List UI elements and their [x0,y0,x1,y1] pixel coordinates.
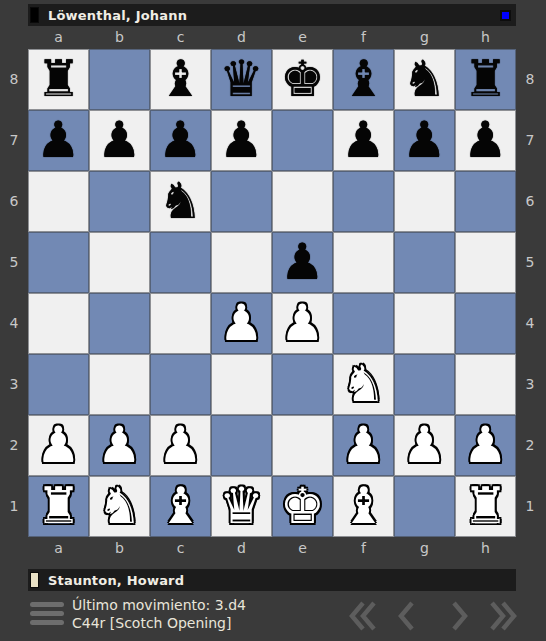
square-d2[interactable] [211,415,272,476]
black-pawn-d7[interactable]: ♟ [211,110,272,171]
black-pawn-h7[interactable]: ♟ [455,110,516,171]
square-g3[interactable] [394,354,455,415]
square-f6[interactable] [333,171,394,232]
rank-label-8: 8 [0,49,28,110]
square-f3[interactable]: ♞ [333,354,394,415]
square-c7[interactable]: ♟ [150,110,211,171]
white-pawn-e4[interactable]: ♟ [272,293,333,354]
file-label-a: a [28,27,89,47]
square-g4[interactable] [394,293,455,354]
rank-label-5: 5 [0,232,28,293]
square-f1[interactable]: ♝ [333,476,394,537]
black-bishop-c8[interactable]: ♝ [150,49,211,110]
white-queen-d1[interactable]: ♛ [211,476,272,537]
black-rook-h8[interactable]: ♜ [455,49,516,110]
go-previous-icon[interactable] [388,597,426,635]
file-label-c: c [150,27,211,47]
rank-label-6: 6 [0,171,28,232]
white-king-e1[interactable]: ♚ [272,476,333,537]
square-e7[interactable] [272,110,333,171]
black-knight-g8[interactable]: ♞ [394,49,455,110]
file-labels-top: abcdefgh [28,27,516,47]
file-label-h: h [455,538,516,558]
rank-label-2: 2 [0,415,28,476]
file-labels-bottom: abcdefgh [28,538,516,558]
go-last-icon[interactable] [484,597,522,635]
square-g6[interactable] [394,171,455,232]
square-d4[interactable]: ♟ [211,293,272,354]
square-f7[interactable]: ♟ [333,110,394,171]
white-knight-b1[interactable]: ♞ [89,476,150,537]
black-pawn-g7[interactable]: ♟ [394,110,455,171]
white-pawn-f2[interactable]: ♟ [333,415,394,476]
file-label-b: b [89,27,150,47]
square-e6[interactable] [272,171,333,232]
menu-icon[interactable] [30,602,64,627]
square-h5[interactable] [455,232,516,293]
file-label-f: f [333,538,394,558]
square-h7[interactable]: ♟ [455,110,516,171]
square-f8[interactable]: ♝ [333,49,394,110]
last-move-label: Último movimiento: 3.d4 [72,596,246,614]
white-player-bar: Staunton, Howard [28,569,516,591]
black-queen-d8[interactable]: ♛ [211,49,272,110]
black-king-e8[interactable]: ♚ [272,49,333,110]
white-knight-f3[interactable]: ♞ [333,354,394,415]
rank-label-1: 1 [516,476,544,537]
square-c6[interactable]: ♞ [150,171,211,232]
rank-labels-left: 87654321 [0,49,28,537]
side-to-move-indicator [500,10,511,21]
square-b6[interactable] [89,171,150,232]
black-pawn-b7[interactable]: ♟ [89,110,150,171]
square-b7[interactable]: ♟ [89,110,150,171]
white-pawn-a2[interactable]: ♟ [28,415,89,476]
square-a3[interactable] [28,354,89,415]
rank-label-1: 1 [0,476,28,537]
rank-label-7: 7 [0,110,28,171]
white-pawn-b2[interactable]: ♟ [89,415,150,476]
white-color-swatch [30,572,39,588]
square-b3[interactable] [89,354,150,415]
square-b2[interactable]: ♟ [89,415,150,476]
square-a5[interactable] [28,232,89,293]
file-label-g: g [394,27,455,47]
square-d8[interactable]: ♛ [211,49,272,110]
square-a8[interactable]: ♜ [28,49,89,110]
black-color-swatch [30,7,39,23]
file-label-e: e [272,538,333,558]
white-player-name: Staunton, Howard [48,573,184,588]
black-player-name: Löwenthal, Johann [48,8,187,23]
square-a1[interactable]: ♜ [28,476,89,537]
status-text: Último movimiento: 3.d4 C44r [Scotch Ope… [72,596,246,632]
rank-label-6: 6 [516,171,544,232]
black-pawn-c7[interactable]: ♟ [150,110,211,171]
move-navigation [344,597,522,635]
square-g5[interactable] [394,232,455,293]
square-f2[interactable]: ♟ [333,415,394,476]
go-next-icon[interactable] [440,597,478,635]
file-label-h: h [455,27,516,47]
white-rook-h1[interactable]: ♜ [455,476,516,537]
rank-label-3: 3 [516,354,544,415]
black-pawn-f7[interactable]: ♟ [333,110,394,171]
square-c8[interactable]: ♝ [150,49,211,110]
chess-board: ♜♝♛♚♝♞♜♟♟♟♟♟♟♟♞♟♟♟♞♟♟♟♟♟♟♜♞♝♛♚♝♜ [28,49,516,537]
square-b8[interactable] [89,49,150,110]
rank-label-7: 7 [516,110,544,171]
chess-board-window: Löwenthal, Johann abcdefgh 87654321 8765… [0,0,546,641]
file-label-d: d [211,27,272,47]
file-label-f: f [333,27,394,47]
go-first-icon[interactable] [344,597,382,635]
rank-labels-right: 87654321 [516,49,544,537]
square-e8[interactable]: ♚ [272,49,333,110]
square-h2[interactable]: ♟ [455,415,516,476]
black-knight-c6[interactable]: ♞ [150,171,211,232]
square-a4[interactable] [28,293,89,354]
white-rook-a1[interactable]: ♜ [28,476,89,537]
menu-bar [30,602,64,607]
rank-label-2: 2 [516,415,544,476]
black-pawn-a7[interactable]: ♟ [28,110,89,171]
square-g8[interactable]: ♞ [394,49,455,110]
square-f4[interactable] [333,293,394,354]
square-e3[interactable] [272,354,333,415]
square-c5[interactable] [150,232,211,293]
square-c2[interactable]: ♟ [150,415,211,476]
square-e4[interactable]: ♟ [272,293,333,354]
square-e2[interactable] [272,415,333,476]
menu-bar [30,620,64,625]
file-label-g: g [394,538,455,558]
white-pawn-g2[interactable]: ♟ [394,415,455,476]
rank-label-4: 4 [0,293,28,354]
square-b4[interactable] [89,293,150,354]
rank-label-5: 5 [516,232,544,293]
file-label-e: e [272,27,333,47]
square-b5[interactable] [89,232,150,293]
square-h3[interactable] [455,354,516,415]
square-c1[interactable]: ♝ [150,476,211,537]
file-label-a: a [28,538,89,558]
square-d7[interactable]: ♟ [211,110,272,171]
black-bishop-f8[interactable]: ♝ [333,49,394,110]
white-pawn-h2[interactable]: ♟ [455,415,516,476]
square-a2[interactable]: ♟ [28,415,89,476]
square-e5[interactable]: ♟ [272,232,333,293]
square-d6[interactable] [211,171,272,232]
menu-bar [30,611,64,616]
square-a6[interactable] [28,171,89,232]
square-h6[interactable] [455,171,516,232]
white-bishop-c1[interactable]: ♝ [150,476,211,537]
square-d5[interactable] [211,232,272,293]
white-pawn-d4[interactable]: ♟ [211,293,272,354]
square-h8[interactable]: ♜ [455,49,516,110]
square-g1[interactable] [394,476,455,537]
square-d3[interactable] [211,354,272,415]
status-bar: Último movimiento: 3.d4 C44r [Scotch Ope… [0,593,546,641]
file-label-c: c [150,538,211,558]
square-g7[interactable]: ♟ [394,110,455,171]
square-d1[interactable]: ♛ [211,476,272,537]
white-bishop-f1[interactable]: ♝ [333,476,394,537]
white-pawn-c2[interactable]: ♟ [150,415,211,476]
rank-label-3: 3 [0,354,28,415]
square-h4[interactable] [455,293,516,354]
square-g2[interactable]: ♟ [394,415,455,476]
square-a7[interactable]: ♟ [28,110,89,171]
black-rook-a8[interactable]: ♜ [28,49,89,110]
opening-label: C44r [Scotch Opening] [72,614,246,632]
black-pawn-e5[interactable]: ♟ [272,232,333,293]
square-c3[interactable] [150,354,211,415]
file-label-b: b [89,538,150,558]
square-e1[interactable]: ♚ [272,476,333,537]
square-h1[interactable]: ♜ [455,476,516,537]
square-c4[interactable] [150,293,211,354]
rank-label-8: 8 [516,49,544,110]
square-b1[interactable]: ♞ [89,476,150,537]
file-label-d: d [211,538,272,558]
square-f5[interactable] [333,232,394,293]
rank-label-4: 4 [516,293,544,354]
black-player-bar: Löwenthal, Johann [28,4,516,26]
